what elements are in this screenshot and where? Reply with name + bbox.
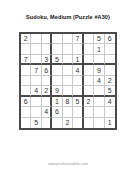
cell-r8c6[interactable] — [73, 107, 83, 117]
cell-r1c2[interactable] — [31, 34, 41, 44]
cell-r2c5[interactable] — [63, 44, 73, 54]
page-title: Sudoku, Medium (Puzzle #A30) — [0, 14, 136, 20]
cell-r4c3[interactable]: 6 — [42, 65, 52, 75]
cell-r4c7[interactable] — [84, 65, 94, 75]
cell-r5c1[interactable] — [21, 76, 31, 86]
cell-r7c6[interactable]: 5 — [73, 97, 83, 107]
cell-r2c7[interactable] — [84, 44, 94, 54]
cell-r6c6[interactable] — [73, 86, 83, 96]
cell-r7c7[interactable]: 2 — [84, 97, 94, 107]
cell-r9c2[interactable]: 5 — [31, 118, 41, 128]
cell-r8c2[interactable] — [31, 107, 41, 117]
cell-r2c2[interactable] — [31, 44, 41, 54]
cell-r4c2[interactable]: 7 — [31, 65, 41, 75]
cell-r3c3[interactable]: 3 — [42, 55, 52, 65]
cell-r4c5[interactable] — [63, 65, 73, 75]
cell-r6c9[interactable]: 5 — [105, 86, 115, 96]
cell-r1c5[interactable] — [63, 34, 73, 44]
cell-r6c8[interactable] — [94, 86, 104, 96]
cell-r9c1[interactable] — [21, 118, 31, 128]
footer-url: www.printfreesudoku.com — [0, 162, 136, 166]
cell-r8c7[interactable] — [84, 107, 94, 117]
cell-r1c8[interactable]: 5 — [94, 34, 104, 44]
cell-r2c8[interactable]: 1 — [94, 44, 104, 54]
cell-r6c7[interactable] — [84, 86, 94, 96]
cell-r9c9[interactable]: 1 — [105, 118, 115, 128]
cell-r4c9[interactable] — [105, 65, 115, 75]
cell-r5c7[interactable] — [84, 76, 94, 86]
cell-r9c8[interactable] — [94, 118, 104, 128]
cell-r8c8[interactable] — [94, 107, 104, 117]
cell-r6c4[interactable]: 9 — [52, 86, 62, 96]
cell-r3c5[interactable] — [63, 55, 73, 65]
cell-r9c7[interactable] — [84, 118, 94, 128]
cell-r8c3[interactable]: 4 — [42, 107, 52, 117]
cell-r1c3[interactable] — [42, 34, 52, 44]
cell-r3c2[interactable] — [31, 55, 41, 65]
cell-r3c9[interactable] — [105, 55, 115, 65]
cell-r7c1[interactable]: 6 — [21, 97, 31, 107]
cell-r3c1[interactable]: 7 — [21, 55, 31, 65]
cell-r4c1[interactable] — [21, 65, 31, 75]
cell-r4c6[interactable]: 4 — [73, 65, 83, 75]
cell-r2c4[interactable] — [52, 44, 62, 54]
sudoku-page: Sudoku, Medium (Puzzle #A30) 27561735176… — [0, 0, 136, 176]
cell-r8c9[interactable] — [105, 107, 115, 117]
cell-r3c6[interactable]: 1 — [73, 55, 83, 65]
cell-r3c4[interactable]: 5 — [52, 55, 62, 65]
cell-r5c9[interactable]: 2 — [105, 76, 115, 86]
cell-r2c3[interactable] — [42, 44, 52, 54]
cell-r9c6[interactable] — [73, 118, 83, 128]
cell-r3c7[interactable] — [84, 55, 94, 65]
cell-r2c6[interactable] — [73, 44, 83, 54]
cell-r6c5[interactable] — [63, 86, 73, 96]
cell-r7c3[interactable] — [42, 97, 52, 107]
cell-r9c5[interactable]: 2 — [63, 118, 73, 128]
cell-r6c1[interactable] — [21, 86, 31, 96]
cell-r7c2[interactable] — [31, 97, 41, 107]
cell-r1c1[interactable]: 2 — [21, 34, 31, 44]
cell-r5c6[interactable] — [73, 76, 83, 86]
cell-r2c9[interactable] — [105, 44, 115, 54]
cell-r1c4[interactable] — [52, 34, 62, 44]
cell-r7c9[interactable]: 4 — [105, 97, 115, 107]
cell-r9c3[interactable] — [42, 118, 52, 128]
cell-r1c9[interactable]: 6 — [105, 34, 115, 44]
cell-r6c2[interactable]: 4 — [31, 86, 41, 96]
cell-r9c4[interactable] — [52, 118, 62, 128]
cell-r4c4[interactable] — [52, 65, 62, 75]
cell-r5c4[interactable] — [52, 76, 62, 86]
cell-r5c2[interactable] — [31, 76, 41, 86]
cell-r8c5[interactable] — [63, 107, 73, 117]
cell-r8c4[interactable]: 6 — [52, 107, 62, 117]
cell-r7c5[interactable]: 8 — [63, 97, 73, 107]
cell-r1c6[interactable]: 7 — [73, 34, 83, 44]
cell-r1c7[interactable] — [84, 34, 94, 44]
cell-r6c3[interactable]: 2 — [42, 86, 52, 96]
cell-r5c3[interactable] — [42, 76, 52, 86]
cell-r5c5[interactable] — [63, 76, 73, 86]
sudoku-board: 275617351764942429561852446521 — [19, 32, 117, 130]
cell-r7c8[interactable] — [94, 97, 104, 107]
cell-r5c8[interactable]: 4 — [94, 76, 104, 86]
cell-r3c8[interactable] — [94, 55, 104, 65]
cell-r2c1[interactable] — [21, 44, 31, 54]
cell-r7c4[interactable]: 1 — [52, 97, 62, 107]
cell-r8c1[interactable] — [21, 107, 31, 117]
cell-r4c8[interactable]: 9 — [94, 65, 104, 75]
